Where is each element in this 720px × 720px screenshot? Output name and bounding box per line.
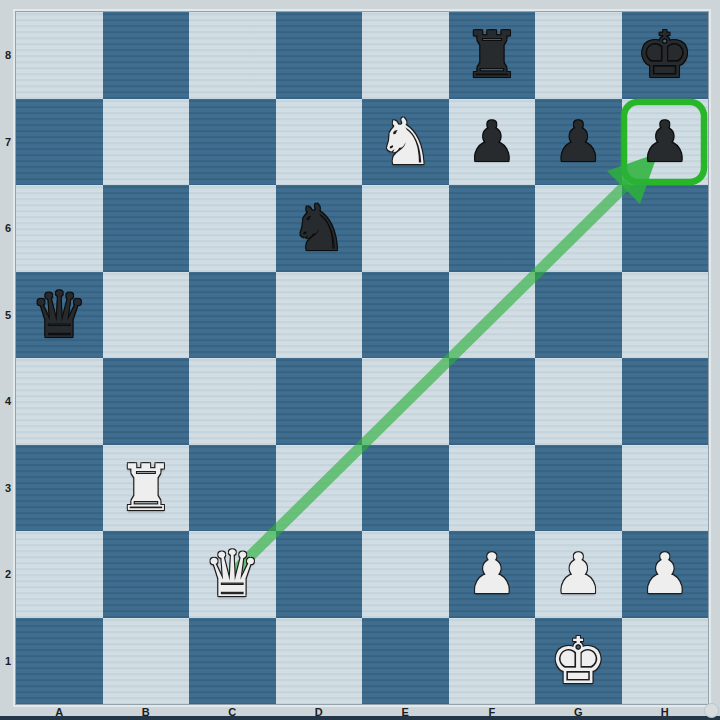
square-b7[interactable] (103, 99, 190, 186)
square-e3[interactable] (362, 445, 449, 532)
piece-white-king-g1[interactable]: ♚ (535, 618, 622, 705)
piece-black-pawn-h7[interactable]: ♟ (622, 99, 709, 186)
piece-white-pawn-g2[interactable]: ♟ (535, 531, 622, 618)
piece-black-pawn-f7[interactable]: ♟ (449, 99, 536, 186)
square-e2[interactable] (362, 531, 449, 618)
square-h3[interactable] (622, 445, 709, 532)
rank-label-3: 3 (0, 445, 16, 532)
square-d1[interactable] (276, 618, 363, 705)
piece-white-knight-e7[interactable]: ♞ (362, 99, 449, 186)
square-b2[interactable] (103, 531, 190, 618)
rank-label-8: 8 (0, 12, 16, 99)
square-e1[interactable] (362, 618, 449, 705)
rank-label-7: 7 (0, 99, 16, 186)
square-c4[interactable] (189, 358, 276, 445)
square-c1[interactable] (189, 618, 276, 705)
square-a8[interactable] (16, 12, 103, 99)
square-h6[interactable] (622, 185, 709, 272)
square-e4[interactable] (362, 358, 449, 445)
square-b6[interactable] (103, 185, 190, 272)
rank-label-6: 6 (0, 185, 16, 272)
rank-label-5: 5 (0, 272, 16, 359)
square-e6[interactable] (362, 185, 449, 272)
square-d3[interactable] (276, 445, 363, 532)
square-a6[interactable] (16, 185, 103, 272)
square-d8[interactable] (276, 12, 363, 99)
square-c3[interactable] (189, 445, 276, 532)
square-c7[interactable] (189, 99, 276, 186)
square-g4[interactable] (535, 358, 622, 445)
piece-white-pawn-h2[interactable]: ♟ (622, 531, 709, 618)
square-b1[interactable] (103, 618, 190, 705)
piece-white-rook-b3[interactable]: ♜ (103, 445, 190, 532)
square-h5[interactable] (622, 272, 709, 359)
piece-black-knight-d6[interactable]: ♞ (276, 185, 363, 272)
square-f6[interactable] (449, 185, 536, 272)
square-g3[interactable] (535, 445, 622, 532)
rank-label-1: 1 (0, 618, 16, 705)
square-f3[interactable] (449, 445, 536, 532)
rank-label-2: 2 (0, 531, 16, 618)
square-a7[interactable] (16, 99, 103, 186)
square-b5[interactable] (103, 272, 190, 359)
square-d5[interactable] (276, 272, 363, 359)
square-f5[interactable] (449, 272, 536, 359)
square-h4[interactable] (622, 358, 709, 445)
square-a3[interactable] (16, 445, 103, 532)
piece-black-pawn-g7[interactable]: ♟ (535, 99, 622, 186)
square-e5[interactable] (362, 272, 449, 359)
square-e8[interactable] (362, 12, 449, 99)
piece-white-pawn-f2[interactable]: ♟ (449, 531, 536, 618)
square-d2[interactable] (276, 531, 363, 618)
piece-black-king-h8[interactable]: ♚ (622, 12, 709, 99)
square-f4[interactable] (449, 358, 536, 445)
square-c8[interactable] (189, 12, 276, 99)
square-h1[interactable] (622, 618, 709, 705)
resize-handle-dot[interactable] (704, 703, 719, 718)
chess-app-window: ♜♚♞♟♟♟♞♛♜♛♟♟♟♚ 87654321ABCDEFGH (0, 0, 720, 720)
rank-label-4: 4 (0, 358, 16, 445)
square-g5[interactable] (535, 272, 622, 359)
piece-black-queen-a5[interactable]: ♛ (16, 272, 103, 359)
square-g6[interactable] (535, 185, 622, 272)
square-d4[interactable] (276, 358, 363, 445)
square-a1[interactable] (16, 618, 103, 705)
square-c5[interactable] (189, 272, 276, 359)
square-g8[interactable] (535, 12, 622, 99)
square-b8[interactable] (103, 12, 190, 99)
square-b4[interactable] (103, 358, 190, 445)
piece-white-queen-c2[interactable]: ♛ (189, 531, 276, 618)
square-c6[interactable] (189, 185, 276, 272)
piece-black-rook-f8[interactable]: ♜ (449, 12, 536, 99)
square-d7[interactable] (276, 99, 363, 186)
window-edge-strip (0, 716, 720, 720)
square-a4[interactable] (16, 358, 103, 445)
square-a2[interactable] (16, 531, 103, 618)
square-f1[interactable] (449, 618, 536, 705)
